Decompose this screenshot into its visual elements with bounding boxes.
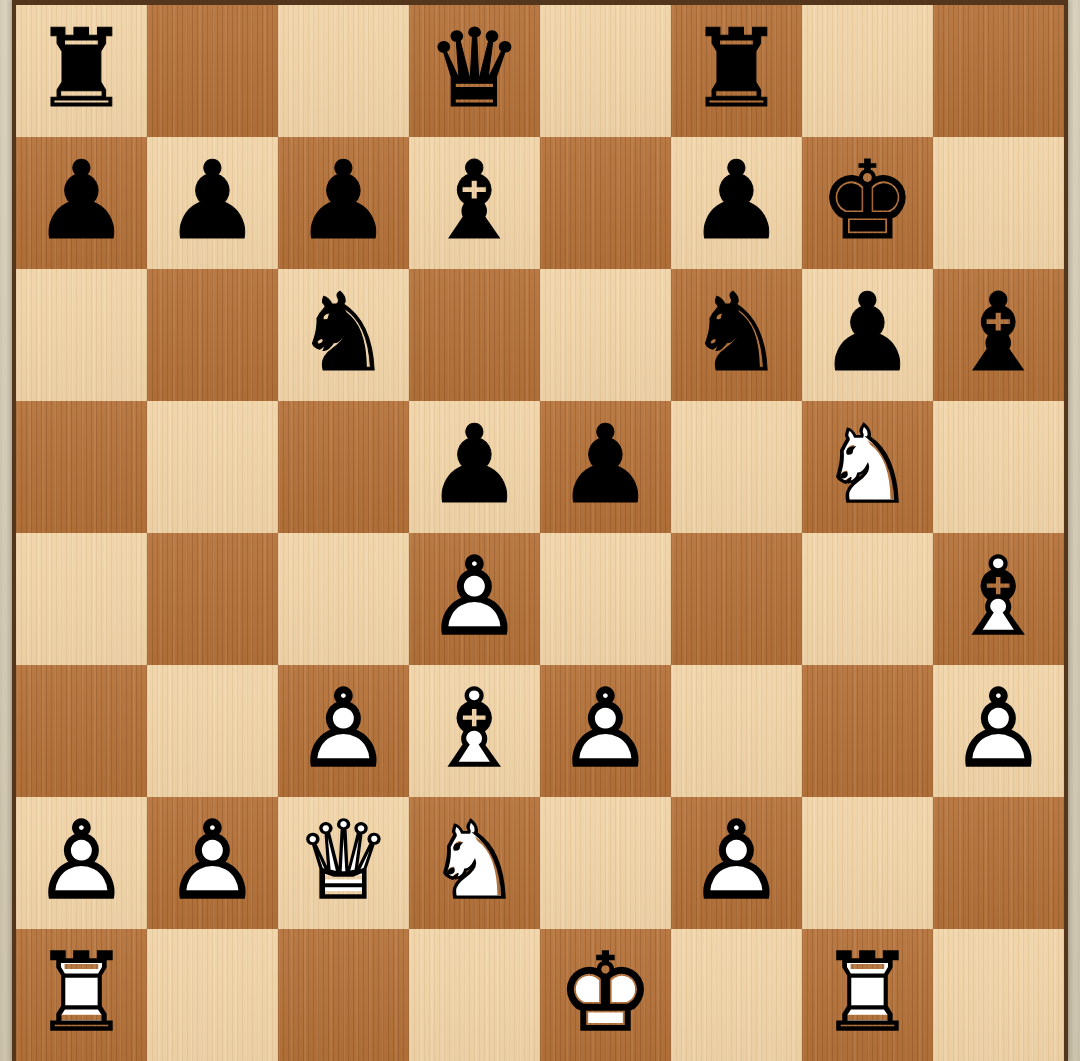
square-e7[interactable] bbox=[540, 137, 671, 269]
piece-black-rook[interactable]: ♜ bbox=[671, 5, 802, 137]
square-a2[interactable]: ♟♙ bbox=[16, 797, 147, 929]
piece-white-pawn[interactable]: ♟♙ bbox=[409, 533, 540, 665]
square-h4[interactable]: ♝♗ bbox=[933, 533, 1064, 665]
black-rook-glyph: ♜ bbox=[16, 5, 147, 135]
square-a8[interactable]: ♜ bbox=[16, 5, 147, 137]
square-c2[interactable]: ♛♕ bbox=[278, 797, 409, 929]
board-frame: ♜♛♜♟♟♟♝♟♚♞♞♟♝♟♟♞♘♟♙♝♗♟♙♝♗♟♙♟♙♟♙♟♙♛♕♞♘♟♙♜… bbox=[12, 0, 1068, 1061]
black-rook-glyph: ♜ bbox=[671, 5, 802, 135]
square-e4[interactable] bbox=[540, 533, 671, 665]
square-e8[interactable] bbox=[540, 5, 671, 137]
square-d1[interactable] bbox=[409, 929, 540, 1061]
piece-white-rook[interactable]: ♜♖ bbox=[16, 929, 147, 1061]
piece-black-pawn[interactable]: ♟ bbox=[409, 401, 540, 533]
square-f1[interactable] bbox=[671, 929, 802, 1061]
square-g1[interactable]: ♜♖ bbox=[802, 929, 933, 1061]
piece-black-knight[interactable]: ♞ bbox=[278, 269, 409, 401]
piece-white-queen[interactable]: ♛♕ bbox=[278, 797, 409, 929]
square-e1[interactable]: ♚♔ bbox=[540, 929, 671, 1061]
piece-white-knight[interactable]: ♞♘ bbox=[409, 797, 540, 929]
square-e5[interactable]: ♟ bbox=[540, 401, 671, 533]
square-d2[interactable]: ♞♘ bbox=[409, 797, 540, 929]
square-c7[interactable]: ♟ bbox=[278, 137, 409, 269]
white-pawn-outline-glyph: ♙ bbox=[933, 665, 1064, 795]
black-bishop-glyph: ♝ bbox=[933, 269, 1064, 399]
white-queen-outline-glyph: ♕ bbox=[278, 797, 409, 927]
black-pawn-glyph: ♟ bbox=[802, 269, 933, 399]
square-a5[interactable] bbox=[16, 401, 147, 533]
square-a7[interactable]: ♟ bbox=[16, 137, 147, 269]
black-knight-glyph: ♞ bbox=[278, 269, 409, 399]
piece-white-pawn[interactable]: ♟♙ bbox=[671, 797, 802, 929]
square-b4[interactable] bbox=[147, 533, 278, 665]
square-h2[interactable] bbox=[933, 797, 1064, 929]
square-h8[interactable] bbox=[933, 5, 1064, 137]
black-pawn-glyph: ♟ bbox=[671, 137, 802, 267]
page-background: ♜♛♜♟♟♟♝♟♚♞♞♟♝♟♟♞♘♟♙♝♗♟♙♝♗♟♙♟♙♟♙♟♙♛♕♞♘♟♙♜… bbox=[0, 0, 1080, 1061]
square-c8[interactable] bbox=[278, 5, 409, 137]
square-g6[interactable]: ♟ bbox=[802, 269, 933, 401]
white-pawn-outline-glyph: ♙ bbox=[278, 665, 409, 795]
square-g2[interactable] bbox=[802, 797, 933, 929]
piece-white-pawn[interactable]: ♟♙ bbox=[147, 797, 278, 929]
square-c3[interactable]: ♟♙ bbox=[278, 665, 409, 797]
piece-white-rook[interactable]: ♜♖ bbox=[802, 929, 933, 1061]
square-h7[interactable] bbox=[933, 137, 1064, 269]
square-b8[interactable] bbox=[147, 5, 278, 137]
piece-white-pawn[interactable]: ♟♙ bbox=[16, 797, 147, 929]
square-g4[interactable] bbox=[802, 533, 933, 665]
white-pawn-outline-glyph: ♙ bbox=[540, 665, 671, 795]
square-h3[interactable]: ♟♙ bbox=[933, 665, 1064, 797]
square-f3[interactable] bbox=[671, 665, 802, 797]
square-a4[interactable] bbox=[16, 533, 147, 665]
piece-black-bishop[interactable]: ♝ bbox=[933, 269, 1064, 401]
square-a3[interactable] bbox=[16, 665, 147, 797]
square-e2[interactable] bbox=[540, 797, 671, 929]
piece-black-pawn[interactable]: ♟ bbox=[540, 401, 671, 533]
piece-white-king[interactable]: ♚♔ bbox=[540, 929, 671, 1061]
piece-white-pawn[interactable]: ♟♙ bbox=[933, 665, 1064, 797]
square-f5[interactable] bbox=[671, 401, 802, 533]
square-e6[interactable] bbox=[540, 269, 671, 401]
black-pawn-glyph: ♟ bbox=[540, 401, 671, 531]
square-d7[interactable]: ♝ bbox=[409, 137, 540, 269]
white-pawn-outline-glyph: ♙ bbox=[147, 797, 278, 927]
black-queen-glyph: ♛ bbox=[409, 5, 540, 135]
piece-white-knight[interactable]: ♞♘ bbox=[802, 401, 933, 533]
black-pawn-glyph: ♟ bbox=[409, 401, 540, 531]
piece-white-pawn[interactable]: ♟♙ bbox=[540, 665, 671, 797]
square-b1[interactable] bbox=[147, 929, 278, 1061]
black-pawn-glyph: ♟ bbox=[147, 137, 278, 267]
white-rook-outline-glyph: ♖ bbox=[802, 929, 933, 1059]
square-g7[interactable]: ♚ bbox=[802, 137, 933, 269]
black-king-glyph: ♚ bbox=[802, 137, 933, 267]
piece-black-pawn[interactable]: ♟ bbox=[147, 137, 278, 269]
white-knight-outline-glyph: ♘ bbox=[409, 797, 540, 927]
black-pawn-glyph: ♟ bbox=[278, 137, 409, 267]
square-h6[interactable]: ♝ bbox=[933, 269, 1064, 401]
black-knight-glyph: ♞ bbox=[671, 269, 802, 399]
square-f4[interactable] bbox=[671, 533, 802, 665]
white-pawn-outline-glyph: ♙ bbox=[16, 797, 147, 927]
white-pawn-outline-glyph: ♙ bbox=[409, 533, 540, 663]
square-b2[interactable]: ♟♙ bbox=[147, 797, 278, 929]
white-king-outline-glyph: ♔ bbox=[540, 929, 671, 1059]
square-b3[interactable] bbox=[147, 665, 278, 797]
square-g3[interactable] bbox=[802, 665, 933, 797]
white-pawn-outline-glyph: ♙ bbox=[671, 797, 802, 927]
square-c1[interactable] bbox=[278, 929, 409, 1061]
white-knight-outline-glyph: ♘ bbox=[802, 401, 933, 531]
square-d8[interactable]: ♛ bbox=[409, 5, 540, 137]
square-f7[interactable]: ♟ bbox=[671, 137, 802, 269]
piece-black-bishop[interactable]: ♝ bbox=[409, 137, 540, 269]
square-g5[interactable]: ♞♘ bbox=[802, 401, 933, 533]
square-b7[interactable]: ♟ bbox=[147, 137, 278, 269]
piece-black-knight[interactable]: ♞ bbox=[671, 269, 802, 401]
square-a1[interactable]: ♜♖ bbox=[16, 929, 147, 1061]
square-a6[interactable] bbox=[16, 269, 147, 401]
black-bishop-glyph: ♝ bbox=[409, 137, 540, 267]
square-f2[interactable]: ♟♙ bbox=[671, 797, 802, 929]
chess-board: ♜♛♜♟♟♟♝♟♚♞♞♟♝♟♟♞♘♟♙♝♗♟♙♝♗♟♙♟♙♟♙♟♙♛♕♞♘♟♙♜… bbox=[16, 5, 1064, 1061]
square-b5[interactable] bbox=[147, 401, 278, 533]
piece-black-pawn[interactable]: ♟ bbox=[802, 269, 933, 401]
piece-black-queen[interactable]: ♛ bbox=[409, 5, 540, 137]
square-c6[interactable]: ♞ bbox=[278, 269, 409, 401]
white-bishop-outline-glyph: ♗ bbox=[409, 665, 540, 795]
white-rook-outline-glyph: ♖ bbox=[16, 929, 147, 1059]
piece-black-pawn[interactable]: ♟ bbox=[671, 137, 802, 269]
square-e3[interactable]: ♟♙ bbox=[540, 665, 671, 797]
square-h5[interactable] bbox=[933, 401, 1064, 533]
white-bishop-outline-glyph: ♗ bbox=[933, 533, 1064, 663]
square-c5[interactable] bbox=[278, 401, 409, 533]
square-f8[interactable]: ♜ bbox=[671, 5, 802, 137]
square-d5[interactable]: ♟ bbox=[409, 401, 540, 533]
piece-white-bishop[interactable]: ♝♗ bbox=[933, 533, 1064, 665]
square-b6[interactable] bbox=[147, 269, 278, 401]
piece-black-king[interactable]: ♚ bbox=[802, 137, 933, 269]
piece-black-pawn[interactable]: ♟ bbox=[278, 137, 409, 269]
square-g8[interactable] bbox=[802, 5, 933, 137]
square-f6[interactable]: ♞ bbox=[671, 269, 802, 401]
square-h1[interactable] bbox=[933, 929, 1064, 1061]
black-pawn-glyph: ♟ bbox=[16, 137, 147, 267]
square-d6[interactable] bbox=[409, 269, 540, 401]
piece-black-rook[interactable]: ♜ bbox=[16, 5, 147, 137]
square-d4[interactable]: ♟♙ bbox=[409, 533, 540, 665]
piece-white-pawn[interactable]: ♟♙ bbox=[278, 665, 409, 797]
square-c4[interactable] bbox=[278, 533, 409, 665]
square-d3[interactable]: ♝♗ bbox=[409, 665, 540, 797]
piece-black-pawn[interactable]: ♟ bbox=[16, 137, 147, 269]
piece-white-bishop[interactable]: ♝♗ bbox=[409, 665, 540, 797]
